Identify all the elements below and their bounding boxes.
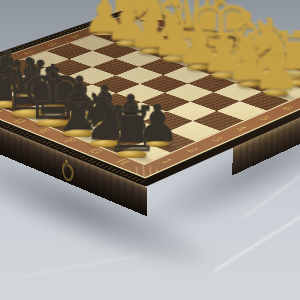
photo-frame: ABCDEFGH ABCDEFGH 87654321 87654321 ♜♞♝♛…: [0, 0, 300, 300]
piece-gold-pawn[interactable]: ♟: [235, 49, 300, 96]
scene: ABCDEFGH ABCDEFGH 87654321 87654321 ♜♞♝♛…: [0, 0, 300, 300]
piece-dark-rook[interactable]: ♜: [87, 105, 176, 158]
piece-glyph: ♟: [251, 49, 300, 92]
piece-brass-base: [263, 90, 288, 96]
chess-board: ABCDEFGH ABCDEFGH 87654321 87654321 ♜♞♝♛…: [0, 6, 300, 187]
piece-glyph: ♜: [104, 105, 160, 154]
